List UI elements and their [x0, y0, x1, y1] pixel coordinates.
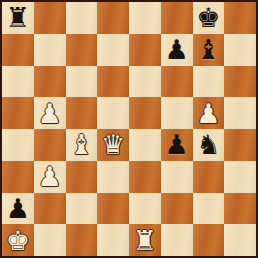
white-pawn[interactable]: ♟	[196, 100, 220, 127]
square-g6[interactable]	[193, 66, 225, 98]
square-a5[interactable]	[2, 97, 34, 129]
square-b7[interactable]	[34, 34, 66, 66]
black-knight[interactable]: ♞	[196, 131, 220, 158]
square-f2[interactable]	[161, 193, 193, 225]
white-rook[interactable]: ♜	[133, 227, 157, 254]
square-g2[interactable]	[193, 193, 225, 225]
black-pawn[interactable]: ♟	[165, 36, 189, 63]
white-queen[interactable]: ♛	[101, 131, 125, 158]
square-c8[interactable]	[66, 2, 98, 34]
square-b8[interactable]	[34, 2, 66, 34]
square-g3[interactable]	[193, 161, 225, 193]
square-d3[interactable]	[97, 161, 129, 193]
square-d4[interactable]: ♛	[97, 129, 129, 161]
square-h5[interactable]	[224, 97, 256, 129]
square-d7[interactable]	[97, 34, 129, 66]
square-h8[interactable]	[224, 2, 256, 34]
square-f7[interactable]: ♟	[161, 34, 193, 66]
square-d6[interactable]	[97, 66, 129, 98]
square-f6[interactable]	[161, 66, 193, 98]
square-h1[interactable]	[224, 224, 256, 256]
square-g8[interactable]: ♚	[193, 2, 225, 34]
square-b3[interactable]: ♟	[34, 161, 66, 193]
square-e8[interactable]	[129, 2, 161, 34]
square-e2[interactable]	[129, 193, 161, 225]
square-h6[interactable]	[224, 66, 256, 98]
black-bishop[interactable]: ♝	[196, 36, 220, 63]
square-a4[interactable]	[2, 129, 34, 161]
square-g4[interactable]: ♞	[193, 129, 225, 161]
square-h3[interactable]	[224, 161, 256, 193]
square-c1[interactable]	[66, 224, 98, 256]
square-g5[interactable]: ♟	[193, 97, 225, 129]
square-f8[interactable]	[161, 2, 193, 34]
square-d5[interactable]	[97, 97, 129, 129]
black-pawn[interactable]: ♟	[6, 195, 30, 222]
square-e4[interactable]	[129, 129, 161, 161]
square-h7[interactable]	[224, 34, 256, 66]
white-pawn[interactable]: ♟	[38, 163, 62, 190]
square-c5[interactable]	[66, 97, 98, 129]
square-a1[interactable]: ♚	[2, 224, 34, 256]
square-h2[interactable]	[224, 193, 256, 225]
square-g7[interactable]: ♝	[193, 34, 225, 66]
square-f4[interactable]: ♟	[161, 129, 193, 161]
square-a8[interactable]: ♜	[2, 2, 34, 34]
square-d8[interactable]	[97, 2, 129, 34]
square-b2[interactable]	[34, 193, 66, 225]
square-c3[interactable]	[66, 161, 98, 193]
square-e3[interactable]	[129, 161, 161, 193]
white-pawn[interactable]: ♟	[38, 100, 62, 127]
square-a7[interactable]	[2, 34, 34, 66]
square-e1[interactable]: ♜	[129, 224, 161, 256]
black-pawn[interactable]: ♟	[165, 131, 189, 158]
square-g1[interactable]	[193, 224, 225, 256]
square-a2[interactable]: ♟	[2, 193, 34, 225]
square-f1[interactable]	[161, 224, 193, 256]
square-e7[interactable]	[129, 34, 161, 66]
square-b4[interactable]	[34, 129, 66, 161]
square-b1[interactable]	[34, 224, 66, 256]
black-rook[interactable]: ♜	[6, 4, 30, 31]
square-f5[interactable]	[161, 97, 193, 129]
black-king[interactable]: ♚	[196, 4, 220, 31]
square-f3[interactable]	[161, 161, 193, 193]
white-king[interactable]: ♚	[6, 227, 30, 254]
square-b6[interactable]	[34, 66, 66, 98]
square-e6[interactable]	[129, 66, 161, 98]
square-a6[interactable]	[2, 66, 34, 98]
chess-board: ♜♚♟♝♟♟♝♛♟♞♟♟♚♜	[2, 2, 256, 256]
square-c4[interactable]: ♝	[66, 129, 98, 161]
square-h4[interactable]	[224, 129, 256, 161]
square-b5[interactable]: ♟	[34, 97, 66, 129]
square-c2[interactable]	[66, 193, 98, 225]
square-c6[interactable]	[66, 66, 98, 98]
chess-board-frame: ♜♚♟♝♟♟♝♛♟♞♟♟♚♜	[0, 0, 258, 258]
white-bishop[interactable]: ♝	[69, 131, 93, 158]
square-d2[interactable]	[97, 193, 129, 225]
square-e5[interactable]	[129, 97, 161, 129]
square-a3[interactable]	[2, 161, 34, 193]
square-d1[interactable]	[97, 224, 129, 256]
square-c7[interactable]	[66, 34, 98, 66]
